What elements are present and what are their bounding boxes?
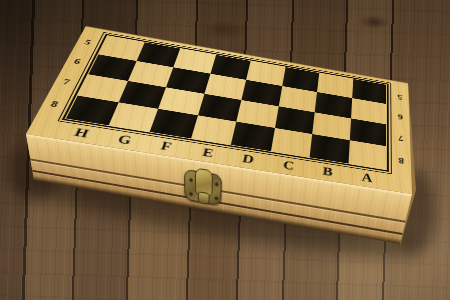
file-label-h: H <box>72 125 91 140</box>
rank-label-right-6: 6 <box>398 112 403 121</box>
rank-label-right-5: 5 <box>397 92 402 101</box>
rank-label-left-5: 5 <box>83 38 93 47</box>
rank-label-right-7: 7 <box>398 133 403 143</box>
file-label-e: E <box>201 145 215 160</box>
latch-hook <box>198 191 210 205</box>
file-label-c: C <box>282 158 295 173</box>
brass-latch <box>184 169 222 206</box>
rank-label-left-7: 7 <box>61 77 72 87</box>
rank-label-right-8: 8 <box>398 155 404 165</box>
file-label-d: D <box>241 152 255 167</box>
rank-label-left-8: 8 <box>49 99 60 109</box>
file-label-a: A <box>361 170 372 185</box>
file-label-g: G <box>115 132 133 147</box>
file-label-f: F <box>159 139 173 154</box>
rank-label-left-6: 6 <box>72 57 82 66</box>
photo-scene: 5678 5678 HGFEDCBA <box>0 0 450 300</box>
file-label-b: B <box>322 164 333 179</box>
